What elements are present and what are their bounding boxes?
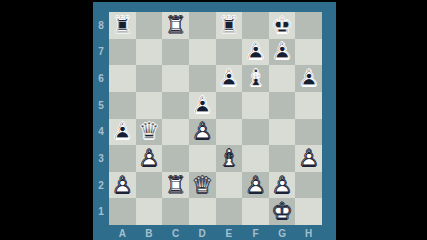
black-rook-icon: ♜♖: [109, 12, 136, 39]
square-a2[interactable]: ♟♙: [109, 172, 136, 199]
square-g3[interactable]: [269, 145, 296, 172]
letterbox-right: [336, 0, 427, 240]
file-labels: ABCDEFGH: [109, 226, 322, 240]
piece-detail-glyph: ♙: [109, 172, 136, 199]
square-f2[interactable]: ♟♙: [242, 172, 269, 199]
square-d2[interactable]: ♛♕: [189, 172, 216, 199]
square-b7[interactable]: [136, 39, 163, 66]
square-d5[interactable]: ♟♙: [189, 92, 216, 119]
square-h2[interactable]: [295, 172, 322, 199]
piece-detail-glyph: ♙: [269, 39, 296, 66]
piece-detail-glyph: ♙: [189, 92, 216, 119]
black-pawn-icon: ♟♙: [216, 65, 243, 92]
square-b4[interactable]: ♛♕: [136, 119, 163, 146]
rank-label-4: 4: [93, 119, 109, 146]
square-h7[interactable]: [295, 39, 322, 66]
square-d8[interactable]: [189, 12, 216, 39]
rank-label-7: 7: [93, 39, 109, 66]
file-label-b: B: [136, 226, 163, 240]
square-h5[interactable]: [295, 92, 322, 119]
piece-detail-glyph: ♖: [162, 12, 189, 39]
square-b1[interactable]: [136, 198, 163, 225]
piece-detail-glyph: ♙: [109, 119, 136, 146]
square-b5[interactable]: [136, 92, 163, 119]
square-f8[interactable]: [242, 12, 269, 39]
square-g4[interactable]: [269, 119, 296, 146]
square-e6[interactable]: ♟♙: [216, 65, 243, 92]
square-g7[interactable]: ♟♙: [269, 39, 296, 66]
white-bishop-icon: ♝♗: [216, 145, 243, 172]
square-c8[interactable]: ♜♖: [162, 12, 189, 39]
piece-detail-glyph: ♙: [136, 145, 163, 172]
piece-detail-glyph: ♔: [269, 12, 296, 39]
square-c4[interactable]: [162, 119, 189, 146]
white-pawn-icon: ♟♙: [109, 172, 136, 199]
square-c7[interactable]: [162, 39, 189, 66]
square-f6[interactable]: ♝♗: [242, 65, 269, 92]
white-rook-icon: ♜♖: [162, 12, 189, 39]
square-a1[interactable]: [109, 198, 136, 225]
square-b8[interactable]: [136, 12, 163, 39]
piece-detail-glyph: ♙: [242, 39, 269, 66]
square-e4[interactable]: [216, 119, 243, 146]
black-bishop-icon: ♝♗: [242, 65, 269, 92]
file-label-e: E: [216, 226, 243, 240]
square-b2[interactable]: [136, 172, 163, 199]
rank-label-5: 5: [93, 92, 109, 119]
square-e8[interactable]: ♜♖: [216, 12, 243, 39]
white-pawn-icon: ♟♙: [269, 172, 296, 199]
square-b3[interactable]: ♟♙: [136, 145, 163, 172]
square-e5[interactable]: [216, 92, 243, 119]
piece-detail-glyph: ♕: [136, 119, 163, 146]
letterbox-left: [0, 0, 93, 240]
square-a3[interactable]: [109, 145, 136, 172]
square-f4[interactable]: [242, 119, 269, 146]
black-queen-icon: ♛♕: [136, 119, 163, 146]
square-d4[interactable]: ♟♙: [189, 119, 216, 146]
square-g1[interactable]: ♚♔: [269, 198, 296, 225]
square-b6[interactable]: [136, 65, 163, 92]
piece-detail-glyph: ♔: [269, 198, 296, 225]
square-h3[interactable]: ♟♙: [295, 145, 322, 172]
square-a6[interactable]: [109, 65, 136, 92]
square-e7[interactable]: [216, 39, 243, 66]
black-pawn-icon: ♟♙: [109, 119, 136, 146]
square-h6[interactable]: ♟♙: [295, 65, 322, 92]
square-d1[interactable]: [189, 198, 216, 225]
rank-label-8: 8: [93, 12, 109, 39]
black-rook-icon: ♜♖: [216, 12, 243, 39]
rank-labels: 87654321: [93, 12, 109, 225]
white-pawn-icon: ♟♙: [295, 145, 322, 172]
piece-detail-glyph: ♙: [295, 65, 322, 92]
square-h4[interactable]: [295, 119, 322, 146]
chessboard[interactable]: ♜♖♜♖♜♖♚♔♟♙♟♙♟♙♝♗♟♙♟♙♟♙♛♕♟♙♟♙♝♗♟♙♟♙♜♖♛♕♟♙…: [109, 12, 322, 225]
rank-label-6: 6: [93, 65, 109, 92]
piece-detail-glyph: ♖: [216, 12, 243, 39]
piece-detail-glyph: ♙: [295, 145, 322, 172]
rank-label-2: 2: [93, 172, 109, 199]
square-e2[interactable]: [216, 172, 243, 199]
file-label-a: A: [109, 226, 136, 240]
square-f5[interactable]: [242, 92, 269, 119]
black-pawn-icon: ♟♙: [242, 39, 269, 66]
white-pawn-icon: ♟♙: [242, 172, 269, 199]
white-king-icon: ♚♔: [269, 198, 296, 225]
piece-detail-glyph: ♙: [216, 65, 243, 92]
square-c2[interactable]: ♜♖: [162, 172, 189, 199]
file-label-d: D: [189, 226, 216, 240]
white-rook-icon: ♜♖: [162, 172, 189, 199]
square-h8[interactable]: [295, 12, 322, 39]
white-queen-icon: ♛♕: [189, 172, 216, 199]
square-c3[interactable]: [162, 145, 189, 172]
white-pawn-icon: ♟♙: [136, 145, 163, 172]
square-c6[interactable]: [162, 65, 189, 92]
square-g2[interactable]: ♟♙: [269, 172, 296, 199]
square-g5[interactable]: [269, 92, 296, 119]
file-label-f: F: [242, 226, 269, 240]
square-f1[interactable]: [242, 198, 269, 225]
piece-detail-glyph: ♙: [269, 172, 296, 199]
square-h1[interactable]: [295, 198, 322, 225]
square-e1[interactable]: [216, 198, 243, 225]
square-a5[interactable]: [109, 92, 136, 119]
square-d6[interactable]: [189, 65, 216, 92]
piece-detail-glyph: ♗: [216, 145, 243, 172]
file-label-h: H: [295, 226, 322, 240]
square-d7[interactable]: [189, 39, 216, 66]
square-g8[interactable]: ♚♔: [269, 12, 296, 39]
square-f7[interactable]: ♟♙: [242, 39, 269, 66]
piece-detail-glyph: ♙: [189, 119, 216, 146]
square-f3[interactable]: [242, 145, 269, 172]
black-pawn-icon: ♟♙: [295, 65, 322, 92]
rank-label-1: 1: [93, 198, 109, 225]
square-a4[interactable]: ♟♙: [109, 119, 136, 146]
square-c1[interactable]: [162, 198, 189, 225]
piece-detail-glyph: ♖: [109, 12, 136, 39]
black-pawn-icon: ♟♙: [189, 92, 216, 119]
square-c5[interactable]: [162, 92, 189, 119]
square-a7[interactable]: [109, 39, 136, 66]
piece-detail-glyph: ♕: [189, 172, 216, 199]
chessboard-frame: 87654321 ♜♖♜♖♜♖♚♔♟♙♟♙♟♙♝♗♟♙♟♙♟♙♛♕♟♙♟♙♝♗♟…: [93, 2, 336, 240]
piece-detail-glyph: ♖: [162, 172, 189, 199]
square-e3[interactable]: ♝♗: [216, 145, 243, 172]
black-king-icon: ♚♔: [269, 12, 296, 39]
file-label-g: G: [269, 226, 296, 240]
rank-label-3: 3: [93, 145, 109, 172]
piece-detail-glyph: ♗: [242, 65, 269, 92]
piece-detail-glyph: ♙: [242, 172, 269, 199]
square-a8[interactable]: ♜♖: [109, 12, 136, 39]
square-g6[interactable]: [269, 65, 296, 92]
black-pawn-icon: ♟♙: [269, 39, 296, 66]
file-label-c: C: [162, 226, 189, 240]
square-d3[interactable]: [189, 145, 216, 172]
white-pawn-icon: ♟♙: [189, 119, 216, 146]
video-frame: 87654321 ♜♖♜♖♜♖♚♔♟♙♟♙♟♙♝♗♟♙♟♙♟♙♛♕♟♙♟♙♝♗♟…: [0, 0, 427, 240]
